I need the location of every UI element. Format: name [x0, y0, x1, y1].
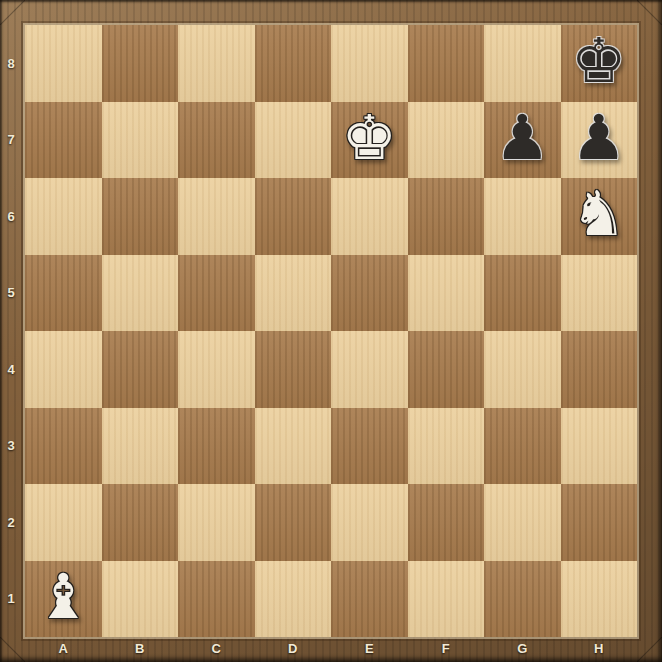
frame-corner-top-left — [0, 0, 25, 25]
square-f5[interactable] — [408, 255, 485, 332]
square-e1[interactable] — [331, 561, 408, 638]
square-c2[interactable] — [178, 484, 255, 561]
square-a5[interactable] — [25, 255, 102, 332]
square-h4[interactable] — [561, 331, 638, 408]
square-b7[interactable] — [102, 102, 179, 179]
square-e4[interactable] — [331, 331, 408, 408]
square-a4[interactable] — [25, 331, 102, 408]
square-g1[interactable] — [484, 561, 561, 638]
square-g5[interactable] — [484, 255, 561, 332]
square-h1[interactable] — [561, 561, 638, 638]
square-h3[interactable] — [561, 408, 638, 485]
square-g4[interactable] — [484, 331, 561, 408]
piece-black-pawn[interactable]: ♟ — [571, 107, 627, 169]
square-a1[interactable]: ♝ — [25, 561, 102, 638]
file-label-e: E — [331, 637, 408, 662]
square-a8[interactable] — [25, 25, 102, 102]
rank-label-8: 8 — [0, 25, 25, 102]
square-f4[interactable] — [408, 331, 485, 408]
square-f1[interactable] — [408, 561, 485, 638]
square-f7[interactable] — [408, 102, 485, 179]
square-c1[interactable] — [178, 561, 255, 638]
frame-corner-bottom-right — [637, 637, 662, 662]
square-g2[interactable] — [484, 484, 561, 561]
square-d7[interactable] — [255, 102, 332, 179]
square-c8[interactable] — [178, 25, 255, 102]
square-h8[interactable]: ♚ — [561, 25, 638, 102]
rank-labels: 8 7 6 5 4 3 2 1 — [0, 25, 25, 637]
square-c3[interactable] — [178, 408, 255, 485]
square-g7[interactable]: ♟ — [484, 102, 561, 179]
square-g6[interactable] — [484, 178, 561, 255]
square-b1[interactable] — [102, 561, 179, 638]
file-label-f: F — [408, 637, 485, 662]
square-h6[interactable]: ♞ — [561, 178, 638, 255]
square-h2[interactable] — [561, 484, 638, 561]
square-e2[interactable] — [331, 484, 408, 561]
square-c4[interactable] — [178, 331, 255, 408]
piece-black-king[interactable]: ♚ — [571, 30, 627, 92]
square-a6[interactable] — [25, 178, 102, 255]
chessboard-widget: 8 7 6 5 4 3 2 1 ♚♚♟♟♞♝ A B C D E F G H — [0, 0, 662, 662]
square-g8[interactable] — [484, 25, 561, 102]
square-h5[interactable] — [561, 255, 638, 332]
square-d2[interactable] — [255, 484, 332, 561]
rank-label-1: 1 — [0, 561, 25, 638]
square-e5[interactable] — [331, 255, 408, 332]
square-g3[interactable] — [484, 408, 561, 485]
square-a2[interactable] — [25, 484, 102, 561]
square-b4[interactable] — [102, 331, 179, 408]
square-b5[interactable] — [102, 255, 179, 332]
square-b8[interactable] — [102, 25, 179, 102]
square-d4[interactable] — [255, 331, 332, 408]
piece-white-bishop[interactable]: ♝ — [35, 566, 91, 628]
rank-label-3: 3 — [0, 408, 25, 485]
rank-label-5: 5 — [0, 255, 25, 332]
frame-corner-bottom-left — [0, 637, 25, 662]
square-f8[interactable] — [408, 25, 485, 102]
square-c6[interactable] — [178, 178, 255, 255]
square-h7[interactable]: ♟ — [561, 102, 638, 179]
square-e3[interactable] — [331, 408, 408, 485]
square-d1[interactable] — [255, 561, 332, 638]
square-f6[interactable] — [408, 178, 485, 255]
square-b6[interactable] — [102, 178, 179, 255]
piece-black-pawn[interactable]: ♟ — [494, 107, 550, 169]
file-label-d: D — [255, 637, 332, 662]
square-c7[interactable] — [178, 102, 255, 179]
file-label-a: A — [25, 637, 102, 662]
square-d5[interactable] — [255, 255, 332, 332]
square-b2[interactable] — [102, 484, 179, 561]
square-c5[interactable] — [178, 255, 255, 332]
square-f3[interactable] — [408, 408, 485, 485]
file-label-g: G — [484, 637, 561, 662]
square-d8[interactable] — [255, 25, 332, 102]
file-label-c: C — [178, 637, 255, 662]
piece-white-king[interactable]: ♚ — [341, 107, 397, 169]
board-frame: 8 7 6 5 4 3 2 1 ♚♚♟♟♞♝ A B C D E F G H — [0, 0, 662, 662]
file-label-h: H — [561, 637, 638, 662]
square-d6[interactable] — [255, 178, 332, 255]
file-label-b: B — [102, 637, 179, 662]
square-f2[interactable] — [408, 484, 485, 561]
square-a7[interactable] — [25, 102, 102, 179]
square-e8[interactable] — [331, 25, 408, 102]
square-d3[interactable] — [255, 408, 332, 485]
square-e7[interactable]: ♚ — [331, 102, 408, 179]
rank-label-4: 4 — [0, 331, 25, 408]
frame-corner-top-right — [637, 0, 662, 25]
rank-label-7: 7 — [0, 102, 25, 179]
square-b3[interactable] — [102, 408, 179, 485]
piece-white-knight[interactable]: ♞ — [571, 183, 627, 245]
rank-label-6: 6 — [0, 178, 25, 255]
chess-board: ♚♚♟♟♞♝ — [25, 25, 637, 637]
file-labels: A B C D E F G H — [25, 637, 637, 662]
square-e6[interactable] — [331, 178, 408, 255]
square-a3[interactable] — [25, 408, 102, 485]
rank-label-2: 2 — [0, 484, 25, 561]
